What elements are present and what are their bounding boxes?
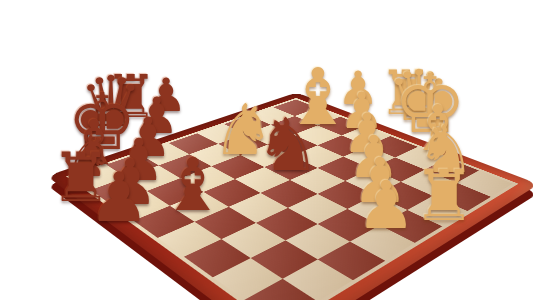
black-rook-near: ♜: [51, 144, 112, 212]
white-pawn-6: ♟: [356, 173, 415, 239]
black-rook-far: ♜: [105, 67, 158, 126]
black-pawn-6: ♟: [89, 164, 150, 232]
black-bishop-file: ♝: [66, 112, 122, 174]
white-pawn-1: ♟: [337, 65, 378, 111]
white-knight-file: ♞: [417, 117, 475, 182]
white-rook-far: ♜: [379, 62, 434, 123]
black-pawn-3: ♟: [124, 111, 172, 165]
black-knight-adv: ♞: [255, 108, 320, 181]
white-pawn-5: ♟: [352, 150, 408, 212]
black-bishop-adv: ♝: [160, 148, 225, 221]
white-king: ♚: [394, 64, 467, 145]
black-knight-file: ♞: [63, 128, 114, 185]
white-knight-adv: ♞: [212, 95, 275, 165]
black-pawn-2: ♟: [135, 91, 180, 141]
black-queen: ♛: [80, 67, 143, 137]
black-king: ♚: [67, 83, 137, 161]
chess-set-photo: ♟♟♜♜♛♝♛♟♚♟♚♝♟♞♟♝♞♞♞♟♟♜♟♟♝♜♟♟: [0, 0, 533, 300]
white-pawn-4: ♟: [348, 128, 400, 186]
black-pawn-5: ♟: [102, 151, 158, 214]
white-pawn-3: ♟: [343, 107, 391, 161]
white-rook-near: ♜: [413, 161, 476, 231]
black-pawn-4: ♟: [113, 131, 165, 189]
white-bishop-file: ♝: [410, 97, 466, 160]
white-bishop-adv: ♝: [283, 58, 353, 136]
black-pawn-1: ♟: [145, 72, 186, 118]
white-queen: ♛: [388, 61, 451, 131]
white-pawn-2: ♟: [340, 86, 385, 136]
pieces-layer: ♟♟♜♜♛♝♛♟♚♟♚♝♟♞♟♝♞♞♞♟♟♜♟♟♝♜♟♟: [0, 0, 533, 300]
